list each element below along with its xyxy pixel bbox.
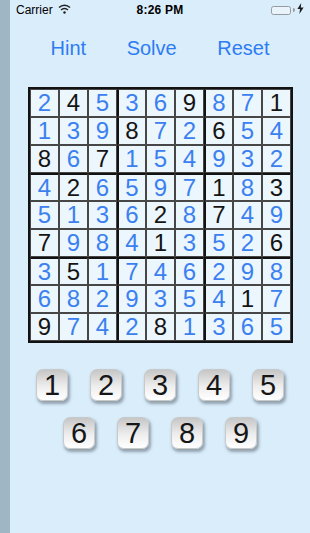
- cell-r2c8[interactable]: 5: [233, 117, 262, 145]
- numpad-button-8[interactable]: 8: [171, 417, 203, 449]
- cell-r9c6[interactable]: 1: [175, 313, 204, 341]
- cell-r6c3[interactable]: 8: [88, 229, 117, 257]
- cell-r5c9[interactable]: 9: [262, 201, 291, 229]
- cell-r1c7[interactable]: 8: [204, 89, 233, 117]
- cell-r1c6[interactable]: 9: [175, 89, 204, 117]
- cell-r4c9[interactable]: 3: [262, 173, 291, 201]
- cell-r7c4[interactable]: 7: [117, 257, 146, 285]
- cell-r3c2[interactable]: 6: [59, 145, 88, 173]
- numpad-button-3[interactable]: 3: [144, 369, 176, 401]
- battery-tip: [293, 8, 295, 12]
- status-left: Carrier: [16, 3, 71, 17]
- cell-r7c3[interactable]: 1: [88, 257, 117, 285]
- cell-r5c7[interactable]: 7: [204, 201, 233, 229]
- cell-r1c5[interactable]: 6: [146, 89, 175, 117]
- cell-r4c2[interactable]: 2: [59, 173, 88, 201]
- numpad-button-7[interactable]: 7: [117, 417, 149, 449]
- cell-r9c2[interactable]: 7: [59, 313, 88, 341]
- cell-r3c6[interactable]: 4: [175, 145, 204, 173]
- numpad-button-6[interactable]: 6: [63, 417, 95, 449]
- cell-r8c3[interactable]: 2: [88, 285, 117, 313]
- cell-r2c5[interactable]: 7: [146, 117, 175, 145]
- numpad-button-9[interactable]: 9: [225, 417, 257, 449]
- cell-r9c7[interactable]: 3: [204, 313, 233, 341]
- cell-r6c1[interactable]: 7: [30, 229, 59, 257]
- cell-r3c8[interactable]: 3: [233, 145, 262, 173]
- cell-r4c3[interactable]: 6: [88, 173, 117, 201]
- cell-r1c9[interactable]: 1: [262, 89, 291, 117]
- cell-r4c4[interactable]: 5: [117, 173, 146, 201]
- cell-r4c5[interactable]: 9: [146, 173, 175, 201]
- cell-r6c6[interactable]: 3: [175, 229, 204, 257]
- cell-r5c5[interactable]: 2: [146, 201, 175, 229]
- numpad-button-2[interactable]: 2: [90, 369, 122, 401]
- cell-r4c6[interactable]: 7: [175, 173, 204, 201]
- cell-r8c1[interactable]: 6: [30, 285, 59, 313]
- cell-r8c5[interactable]: 3: [146, 285, 175, 313]
- cell-r6c4[interactable]: 4: [117, 229, 146, 257]
- numpad-button-1[interactable]: 1: [36, 369, 68, 401]
- numpad-row-2: 6789: [10, 417, 310, 449]
- cell-r9c1[interactable]: 9: [30, 313, 59, 341]
- numpad-button-5[interactable]: 5: [252, 369, 284, 401]
- cell-r2c2[interactable]: 3: [59, 117, 88, 145]
- cell-r7c7[interactable]: 2: [204, 257, 233, 285]
- cell-r7c9[interactable]: 8: [262, 257, 291, 285]
- cell-r7c6[interactable]: 6: [175, 257, 204, 285]
- cell-r8c9[interactable]: 7: [262, 285, 291, 313]
- cell-r6c9[interactable]: 6: [262, 229, 291, 257]
- cell-r9c8[interactable]: 6: [233, 313, 262, 341]
- status-right: [271, 3, 304, 17]
- cell-r8c7[interactable]: 4: [204, 285, 233, 313]
- cell-r3c7[interactable]: 9: [204, 145, 233, 173]
- cell-r3c3[interactable]: 7: [88, 145, 117, 173]
- cell-r6c2[interactable]: 9: [59, 229, 88, 257]
- cell-r3c5[interactable]: 5: [146, 145, 175, 173]
- cell-r2c7[interactable]: 6: [204, 117, 233, 145]
- cell-r1c1[interactable]: 2: [30, 89, 59, 117]
- app-screen: Carrier 8:26 PM Hint Solve Reset: [10, 0, 310, 533]
- cell-r1c2[interactable]: 4: [59, 89, 88, 117]
- cell-r9c5[interactable]: 8: [146, 313, 175, 341]
- cell-r9c4[interactable]: 2: [117, 313, 146, 341]
- cell-r4c8[interactable]: 8: [233, 173, 262, 201]
- cell-r2c4[interactable]: 8: [117, 117, 146, 145]
- cell-r5c6[interactable]: 8: [175, 201, 204, 229]
- cell-r5c4[interactable]: 6: [117, 201, 146, 229]
- cell-r7c2[interactable]: 5: [59, 257, 88, 285]
- cell-r7c1[interactable]: 3: [30, 257, 59, 285]
- cell-r9c9[interactable]: 5: [262, 313, 291, 341]
- cell-r3c4[interactable]: 1: [117, 145, 146, 173]
- toolbar: Hint Solve Reset: [10, 37, 310, 60]
- carrier-label: Carrier: [16, 3, 53, 17]
- cell-r2c1[interactable]: 1: [30, 117, 59, 145]
- cell-r9c3[interactable]: 4: [88, 313, 117, 341]
- cell-r3c9[interactable]: 2: [262, 145, 291, 173]
- cell-r5c8[interactable]: 4: [233, 201, 262, 229]
- cell-r1c4[interactable]: 3: [117, 89, 146, 117]
- cell-r8c6[interactable]: 5: [175, 285, 204, 313]
- cell-r3c1[interactable]: 8: [30, 145, 59, 173]
- sudoku-board: 2453698711398726548671549324265971835136…: [28, 87, 293, 343]
- cell-r7c8[interactable]: 9: [233, 257, 262, 285]
- wifi-icon: [58, 3, 71, 17]
- cell-r1c8[interactable]: 7: [233, 89, 262, 117]
- cell-r4c7[interactable]: 1: [204, 173, 233, 201]
- cell-r8c8[interactable]: 1: [233, 285, 262, 313]
- cell-r7c5[interactable]: 4: [146, 257, 175, 285]
- cell-r2c9[interactable]: 4: [262, 117, 291, 145]
- cell-r4c1[interactable]: 4: [30, 173, 59, 201]
- cell-r8c4[interactable]: 9: [117, 285, 146, 313]
- status-bar: Carrier 8:26 PM: [10, 0, 310, 20]
- charging-bolt-icon: [297, 3, 304, 17]
- cell-r2c3[interactable]: 9: [88, 117, 117, 145]
- numpad-button-4[interactable]: 4: [198, 369, 230, 401]
- reset-button[interactable]: Reset: [217, 37, 269, 60]
- cell-r6c8[interactable]: 2: [233, 229, 262, 257]
- cell-r6c7[interactable]: 5: [204, 229, 233, 257]
- cell-r5c2[interactable]: 1: [59, 201, 88, 229]
- cell-r6c5[interactable]: 1: [146, 229, 175, 257]
- cell-r2c6[interactable]: 2: [175, 117, 204, 145]
- cell-r1c3[interactable]: 5: [88, 89, 117, 117]
- hint-button[interactable]: Hint: [51, 37, 87, 60]
- numpad-row-1: 12345: [10, 369, 310, 401]
- solve-button[interactable]: Solve: [127, 37, 177, 60]
- battery-icon: [271, 6, 291, 15]
- cell-r8c2[interactable]: 8: [59, 285, 88, 313]
- cell-r5c3[interactable]: 3: [88, 201, 117, 229]
- cell-r5c1[interactable]: 5: [30, 201, 59, 229]
